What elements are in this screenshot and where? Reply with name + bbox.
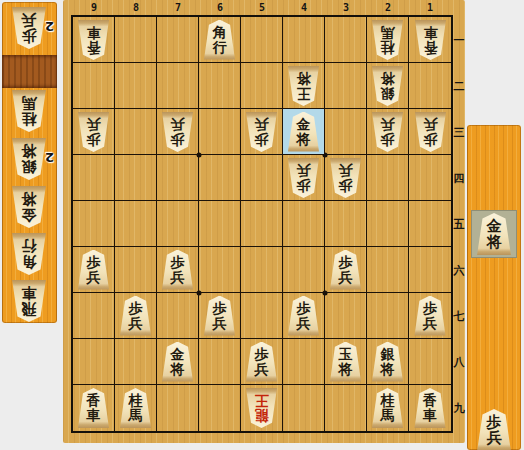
square-14[interactable]: [409, 155, 451, 201]
piece-dragon-gote[interactable]: 龍王: [245, 388, 278, 428]
rank-label-7: 七: [453, 293, 465, 339]
square-36[interactable]: 歩兵: [325, 247, 367, 293]
piece-pawn-sente[interactable]: 歩兵: [329, 250, 362, 290]
piece-pawn-sente[interactable]: 歩兵: [203, 296, 236, 336]
piece-glyph: 歩: [87, 255, 101, 270]
gote-hand-gold[interactable]: 金将: [11, 186, 47, 228]
rank-label-4: 四: [453, 155, 465, 201]
square-45[interactable]: [283, 201, 325, 247]
piece-glyph: 将: [339, 362, 353, 377]
file-label-4: 4: [283, 2, 325, 14]
piece-glyph: 歩: [255, 347, 269, 362]
piece-glyph: 兵: [381, 117, 395, 132]
square-59[interactable]: 龍王: [241, 385, 283, 431]
shogi-board-panel: 987654321 一二三四五六七八九 香車角行桂馬香車王将銀将歩兵歩兵歩兵金将…: [63, 0, 465, 443]
piece-glyph: 兵: [255, 362, 269, 377]
square-11[interactable]: 香車: [409, 17, 451, 63]
piece-glyph: 香: [87, 393, 101, 408]
piece-gold-sente[interactable]: 金将: [287, 112, 320, 152]
square-66[interactable]: [199, 247, 241, 293]
square-78[interactable]: 金将: [157, 339, 199, 385]
square-29[interactable]: 桂馬: [367, 385, 409, 431]
piece-gold-sente[interactable]: 金将: [161, 342, 194, 382]
piece-glyph: 金: [297, 117, 311, 132]
piece-glyph: 将: [22, 143, 37, 159]
file-label-3: 3: [325, 2, 367, 14]
square-64[interactable]: [199, 155, 241, 201]
square-73[interactable]: 歩兵: [157, 109, 199, 155]
piece-pawn-gote[interactable]: 歩兵: [11, 7, 47, 49]
piece-glyph: 王: [255, 393, 269, 408]
square-96[interactable]: 歩兵: [73, 247, 115, 293]
square-55[interactable]: [241, 201, 283, 247]
piece-glyph: 歩: [22, 28, 37, 44]
piece-glyph: 兵: [171, 270, 185, 285]
square-68[interactable]: [199, 339, 241, 385]
square-56[interactable]: [241, 247, 283, 293]
piece-glyph: 飛: [22, 301, 37, 317]
rank-label-6: 六: [453, 247, 465, 293]
square-54[interactable]: [241, 155, 283, 201]
square-49[interactable]: [283, 385, 325, 431]
square-23[interactable]: 歩兵: [367, 109, 409, 155]
square-51[interactable]: [241, 17, 283, 63]
piece-glyph: 馬: [129, 408, 143, 423]
piece-gold-gote[interactable]: 金将: [11, 186, 47, 228]
rank-label-3: 三: [453, 109, 465, 155]
piece-glyph: 将: [171, 362, 185, 377]
square-94[interactable]: [73, 155, 115, 201]
square-62[interactable]: [199, 63, 241, 109]
square-26[interactable]: [367, 247, 409, 293]
square-85[interactable]: [115, 201, 157, 247]
square-86[interactable]: [115, 247, 157, 293]
piece-glyph: 桂: [22, 111, 37, 127]
piece-knight-gote[interactable]: 桂馬: [371, 20, 404, 60]
gote-hand-silver[interactable]: 銀将2: [11, 138, 47, 180]
file-label-5: 5: [241, 2, 283, 14]
square-21[interactable]: 桂馬: [367, 17, 409, 63]
piece-glyph: 歩: [129, 301, 143, 316]
piece-glyph: 王: [297, 86, 311, 101]
piece-king-gote[interactable]: 王将: [287, 66, 320, 106]
piece-glyph: 銀: [381, 86, 395, 101]
rank-label-2: 二: [453, 63, 465, 109]
square-67[interactable]: 歩兵: [199, 293, 241, 339]
piece-pawn-gote[interactable]: 歩兵: [77, 112, 110, 152]
rank-label-1: 一: [453, 17, 465, 63]
piece-glyph: 歩: [339, 255, 353, 270]
piece-glyph: 龍: [255, 408, 269, 423]
piece-glyph: 兵: [213, 316, 227, 331]
piece-glyph: 馬: [381, 408, 395, 423]
piece-pawn-sente[interactable]: 歩兵: [287, 296, 320, 336]
piece-glyph: 兵: [87, 270, 101, 285]
piece-glyph: 車: [87, 408, 101, 423]
square-58[interactable]: 歩兵: [241, 339, 283, 385]
file-label-7: 7: [157, 2, 199, 14]
piece-glyph: 歩: [339, 178, 353, 193]
square-98[interactable]: [73, 339, 115, 385]
sente-hand-pawn[interactable]: 歩兵: [476, 409, 512, 450]
square-93[interactable]: 歩兵: [73, 109, 115, 155]
piece-knight-sente[interactable]: 桂馬: [119, 388, 152, 428]
piece-silver-sente[interactable]: 銀将: [371, 342, 404, 382]
piece-glyph: 香: [87, 40, 101, 55]
piece-glyph: 桂: [129, 393, 143, 408]
piece-glyph: 兵: [423, 316, 437, 331]
square-46[interactable]: [283, 247, 325, 293]
gote-hand-bishop[interactable]: 角行: [11, 233, 47, 275]
piece-glyph: 香: [423, 393, 437, 408]
piece-glyph: 歩: [213, 301, 227, 316]
piece-pawn-sente[interactable]: 歩兵: [245, 342, 278, 382]
file-label-9: 9: [73, 2, 115, 14]
shogi-app: 歩兵2桂馬銀将2金将角行飛車 987654321 一二三四五六七八九 香車角行桂…: [0, 0, 524, 450]
square-74[interactable]: [157, 155, 199, 201]
piece-glyph: 兵: [339, 270, 353, 285]
square-81[interactable]: [115, 17, 157, 63]
square-43[interactable]: 金将: [283, 109, 325, 155]
piece-silver-gote[interactable]: 銀将: [11, 138, 47, 180]
square-24[interactable]: [367, 155, 409, 201]
gote-hand-tray: 歩兵2桂馬銀将2金将角行飛車: [2, 2, 57, 323]
piece-pawn-sente[interactable]: 歩兵: [476, 409, 512, 450]
piece-pawn-gote[interactable]: 歩兵: [329, 158, 362, 198]
piece-lance-sente[interactable]: 香車: [414, 388, 447, 428]
square-27[interactable]: [367, 293, 409, 339]
file-label-8: 8: [115, 2, 157, 14]
square-88[interactable]: [115, 339, 157, 385]
gote-hand-knight[interactable]: 桂馬: [11, 90, 47, 132]
square-12[interactable]: [409, 63, 451, 109]
piece-glyph: 香: [423, 40, 437, 55]
square-34[interactable]: 歩兵: [325, 155, 367, 201]
piece-glyph: 角: [22, 254, 37, 270]
piece-glyph: 将: [297, 71, 311, 86]
piece-glyph: 桂: [381, 40, 395, 55]
piece-glyph: 歩: [487, 414, 502, 430]
square-16[interactable]: [409, 247, 451, 293]
sente-hand-tray: 金将歩兵: [467, 125, 521, 450]
square-92[interactable]: [73, 63, 115, 109]
piece-glyph: 兵: [297, 163, 311, 178]
gote-hand-rook[interactable]: 飛車: [11, 280, 47, 322]
piece-glyph: 行: [213, 40, 227, 55]
piece-glyph: 歩: [381, 132, 395, 147]
square-48[interactable]: [283, 339, 325, 385]
piece-glyph: 歩: [171, 255, 185, 270]
piece-pawn-gote[interactable]: 歩兵: [287, 158, 320, 198]
piece-glyph: 歩: [297, 301, 311, 316]
piece-glyph: 兵: [22, 12, 37, 28]
tray-divider-band: [2, 55, 57, 88]
piece-glyph: 将: [297, 132, 311, 147]
piece-knight-sente[interactable]: 桂馬: [371, 388, 404, 428]
square-37[interactable]: [325, 293, 367, 339]
piece-glyph: 歩: [423, 301, 437, 316]
piece-pawn-sente[interactable]: 歩兵: [414, 296, 447, 336]
piece-pawn-sente[interactable]: 歩兵: [161, 250, 194, 290]
piece-glyph: 歩: [297, 178, 311, 193]
piece-glyph: 車: [22, 285, 37, 301]
piece-glyph: 将: [22, 191, 37, 207]
square-38[interactable]: 玉将: [325, 339, 367, 385]
square-15[interactable]: [409, 201, 451, 247]
square-77[interactable]: [157, 293, 199, 339]
gote-hand-pawn[interactable]: 歩兵2: [11, 7, 47, 49]
piece-glyph: 金: [22, 207, 37, 223]
square-33[interactable]: [325, 109, 367, 155]
square-18[interactable]: [409, 339, 451, 385]
piece-knight-gote[interactable]: 桂馬: [11, 90, 47, 132]
square-99[interactable]: 香車: [73, 385, 115, 431]
piece-glyph: 兵: [297, 316, 311, 331]
square-72[interactable]: [157, 63, 199, 109]
square-31[interactable]: [325, 17, 367, 63]
square-41[interactable]: [283, 17, 325, 63]
board-grid: 香車角行桂馬香車王将銀将歩兵歩兵歩兵金将歩兵歩兵歩兵歩兵歩兵歩兵歩兵歩兵歩兵歩兵…: [71, 15, 453, 433]
square-42[interactable]: 王将: [283, 63, 325, 109]
square-84[interactable]: [115, 155, 157, 201]
piece-king-sente[interactable]: 玉将: [329, 342, 362, 382]
square-19[interactable]: 香車: [409, 385, 451, 431]
piece-bishop-gote[interactable]: 角行: [11, 233, 47, 275]
square-87[interactable]: 歩兵: [115, 293, 157, 339]
rank-label-9: 九: [453, 385, 465, 431]
piece-glyph: 兵: [255, 117, 269, 132]
piece-glyph: 車: [423, 408, 437, 423]
square-17[interactable]: 歩兵: [409, 293, 451, 339]
piece-glyph: 金: [487, 218, 502, 234]
square-69[interactable]: [199, 385, 241, 431]
square-61[interactable]: 角行: [199, 17, 241, 63]
piece-lance-gote[interactable]: 香車: [77, 20, 110, 60]
piece-glyph: 兵: [423, 117, 437, 132]
piece-glyph: 兵: [87, 117, 101, 132]
rank-label-8: 八: [453, 339, 465, 385]
piece-glyph: 馬: [22, 95, 37, 111]
square-97[interactable]: [73, 293, 115, 339]
square-91[interactable]: 香車: [73, 17, 115, 63]
piece-glyph: 歩: [87, 132, 101, 147]
piece-glyph: 将: [487, 234, 502, 250]
file-label-1: 1: [409, 2, 451, 14]
piece-glyph: 歩: [171, 132, 185, 147]
piece-glyph: 車: [423, 25, 437, 40]
piece-pawn-gote[interactable]: 歩兵: [245, 112, 278, 152]
rank-label-5: 五: [453, 201, 465, 247]
square-89[interactable]: 桂馬: [115, 385, 157, 431]
file-label-6: 6: [199, 2, 241, 14]
piece-glyph: 玉: [339, 347, 353, 362]
square-44[interactable]: 歩兵: [283, 155, 325, 201]
piece-pawn-gote[interactable]: 歩兵: [414, 112, 447, 152]
piece-gold-sente[interactable]: 金将: [476, 213, 512, 255]
file-label-2: 2: [367, 2, 409, 14]
piece-glyph: 兵: [339, 163, 353, 178]
piece-pawn-gote[interactable]: 歩兵: [161, 112, 194, 152]
hand-piece-count: 2: [45, 150, 54, 165]
piece-glyph: 兵: [129, 316, 143, 331]
square-75[interactable]: [157, 201, 199, 247]
square-57[interactable]: [241, 293, 283, 339]
square-13[interactable]: 歩兵: [409, 109, 451, 155]
square-82[interactable]: [115, 63, 157, 109]
square-65[interactable]: [199, 201, 241, 247]
piece-glyph: 車: [87, 25, 101, 40]
piece-glyph: 歩: [423, 132, 437, 147]
piece-pawn-sente[interactable]: 歩兵: [77, 250, 110, 290]
piece-glyph: 将: [381, 71, 395, 86]
square-22[interactable]: 銀将: [367, 63, 409, 109]
square-63[interactable]: [199, 109, 241, 155]
hand-piece-count: 2: [45, 19, 54, 34]
piece-glyph: 行: [22, 238, 37, 254]
piece-glyph: 銀: [22, 159, 37, 175]
square-83[interactable]: [115, 109, 157, 155]
square-76[interactable]: 歩兵: [157, 247, 199, 293]
square-79[interactable]: [157, 385, 199, 431]
square-71[interactable]: [157, 17, 199, 63]
square-35[interactable]: [325, 201, 367, 247]
square-32[interactable]: [325, 63, 367, 109]
piece-glyph: 将: [381, 362, 395, 377]
piece-glyph: 銀: [381, 347, 395, 362]
piece-glyph: 兵: [487, 430, 502, 446]
square-47[interactable]: 歩兵: [283, 293, 325, 339]
piece-pawn-sente[interactable]: 歩兵: [119, 296, 152, 336]
piece-glyph: 角: [213, 25, 227, 40]
square-52[interactable]: [241, 63, 283, 109]
piece-glyph: 歩: [255, 132, 269, 147]
square-39[interactable]: [325, 385, 367, 431]
piece-bishop-sente[interactable]: 角行: [203, 20, 236, 60]
square-53[interactable]: 歩兵: [241, 109, 283, 155]
square-25[interactable]: [367, 201, 409, 247]
sente-hand-gold[interactable]: 金将: [476, 213, 512, 255]
piece-glyph: 桂: [381, 393, 395, 408]
piece-lance-gote[interactable]: 香車: [414, 20, 447, 60]
piece-pawn-gote[interactable]: 歩兵: [371, 112, 404, 152]
piece-glyph: 馬: [381, 25, 395, 40]
piece-glyph: 金: [171, 347, 185, 362]
piece-lance-sente[interactable]: 香車: [77, 388, 110, 428]
piece-rook-gote[interactable]: 飛車: [11, 280, 47, 322]
piece-silver-gote[interactable]: 銀将: [371, 66, 404, 106]
piece-glyph: 兵: [171, 117, 185, 132]
square-28[interactable]: 銀将: [367, 339, 409, 385]
square-95[interactable]: [73, 201, 115, 247]
